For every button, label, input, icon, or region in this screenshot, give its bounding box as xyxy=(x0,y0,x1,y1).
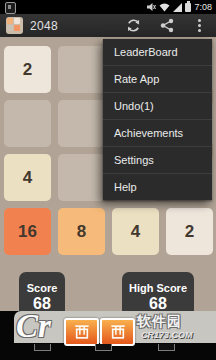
battery-icon xyxy=(185,3,191,12)
high-score-value: 68 xyxy=(122,295,194,312)
watermark-monitor-stand xyxy=(95,344,112,351)
menu-item-leaderboard[interactable]: LeaderBoard xyxy=(103,39,212,65)
watermark-site-name: 软件园 xyxy=(137,313,182,331)
action-bar: 2048 xyxy=(0,14,216,37)
watermark-site-url: CR173.COM xyxy=(141,330,193,340)
tile-2: 2 xyxy=(166,208,213,255)
tile-4: 4 xyxy=(112,208,159,255)
tile-4: 4 xyxy=(4,154,51,201)
watermark-logo-cr: Cr xyxy=(16,308,51,344)
menu-item-undo-1[interactable]: Undo(1) xyxy=(103,92,212,119)
overflow-menu-icon xyxy=(198,19,201,32)
signal-icon xyxy=(173,3,182,12)
status-bar-clock: 7:08 xyxy=(194,0,212,14)
share-icon xyxy=(160,18,174,33)
tile-8: 8 xyxy=(58,208,105,255)
menu-item-help[interactable]: Help xyxy=(103,173,212,200)
app-title: 2048 xyxy=(30,19,58,33)
watermark-monitor-stand xyxy=(158,344,175,351)
high-score-label: High Score xyxy=(122,282,194,294)
refresh-button[interactable] xyxy=(117,14,150,37)
menu-item-rate-app[interactable]: Rate App xyxy=(103,65,212,92)
score-label: Score xyxy=(19,282,65,294)
share-button[interactable] xyxy=(150,14,183,37)
wifi-icon xyxy=(159,3,170,12)
empty-cell xyxy=(58,154,105,201)
notification-icon xyxy=(5,2,16,14)
app-screen: 7:08 2048 xyxy=(0,0,216,360)
empty-cell xyxy=(58,100,105,147)
app-icon xyxy=(6,17,23,34)
empty-cell xyxy=(4,100,51,147)
tile-16: 16 xyxy=(4,208,51,255)
menu-item-settings[interactable]: Settings xyxy=(103,146,212,173)
empty-cell xyxy=(58,46,105,93)
tile-2: 2 xyxy=(4,46,51,93)
overflow-menu: LeaderBoardRate AppUndo(1)AchievementsSe… xyxy=(103,39,212,200)
status-bar: 7:08 xyxy=(0,0,216,14)
watermark-monitor-stand xyxy=(34,344,51,351)
watermark-monitor-icon xyxy=(100,318,135,346)
mute-icon xyxy=(147,2,156,12)
overflow-menu-button[interactable] xyxy=(183,14,216,37)
watermark-monitor-icon xyxy=(64,318,99,346)
refresh-icon xyxy=(126,18,141,33)
menu-item-achievements[interactable]: Achievements xyxy=(103,119,212,146)
watermark: Cr 软件园 CR173.COM xyxy=(0,311,216,360)
